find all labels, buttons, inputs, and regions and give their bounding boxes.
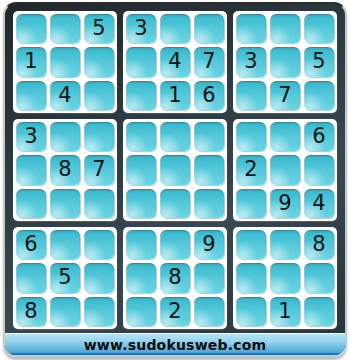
cell-r9c9[interactable]: [304, 297, 334, 326]
cell-r3c3[interactable]: [84, 81, 114, 110]
cell-r6c8[interactable]: 9: [270, 189, 300, 218]
cell-r9c5[interactable]: 2: [160, 297, 190, 326]
cell-r8c4[interactable]: [126, 263, 156, 292]
cell-r8c6[interactable]: [194, 263, 224, 292]
cell-r3c7[interactable]: [236, 81, 266, 110]
box-r2c2: [123, 119, 227, 221]
cell-r7c2[interactable]: [50, 230, 80, 259]
cell-r3c6[interactable]: 6: [194, 81, 224, 110]
cell-r2c9[interactable]: 5: [304, 47, 334, 76]
cell-r5c1[interactable]: [16, 155, 46, 184]
cell-r1c5[interactable]: [160, 14, 190, 43]
sudoku-board: 514 34716 357 387 6294 658 982 81 www.su…: [3, 2, 347, 357]
cell-r7c1[interactable]: 6: [16, 230, 46, 259]
cell-r8c1[interactable]: [16, 263, 46, 292]
cell-r7c6[interactable]: 9: [194, 230, 224, 259]
cell-r8c8[interactable]: [270, 263, 300, 292]
cell-r8c7[interactable]: [236, 263, 266, 292]
cell-r9c2[interactable]: [50, 297, 80, 326]
cell-r3c5[interactable]: 1: [160, 81, 190, 110]
cell-r5c9[interactable]: [304, 155, 334, 184]
cell-r4c9[interactable]: 6: [304, 122, 334, 151]
cell-r8c5[interactable]: 8: [160, 263, 190, 292]
box-r3c1: 658: [13, 227, 117, 329]
cell-r5c4[interactable]: [126, 155, 156, 184]
cell-r1c2[interactable]: [50, 14, 80, 43]
cell-r6c7[interactable]: [236, 189, 266, 218]
cell-r9c8[interactable]: 1: [270, 297, 300, 326]
box-r3c3: 81: [233, 227, 337, 329]
cell-r9c4[interactable]: [126, 297, 156, 326]
cell-r2c2[interactable]: [50, 47, 80, 76]
cell-r2c4[interactable]: [126, 47, 156, 76]
cell-r5c5[interactable]: [160, 155, 190, 184]
cell-r1c9[interactable]: [304, 14, 334, 43]
site-url[interactable]: www.sudokusweb.com: [84, 337, 267, 353]
cell-r6c4[interactable]: [126, 189, 156, 218]
cell-r1c3[interactable]: 5: [84, 14, 114, 43]
box-r3c2: 982: [123, 227, 227, 329]
box-r1c3: 357: [233, 11, 337, 113]
cell-r3c2[interactable]: 4: [50, 81, 80, 110]
cell-r1c4[interactable]: 3: [126, 14, 156, 43]
cell-r4c8[interactable]: [270, 122, 300, 151]
cell-r2c8[interactable]: [270, 47, 300, 76]
cell-r5c6[interactable]: [194, 155, 224, 184]
cell-r1c1[interactable]: [16, 14, 46, 43]
box-r1c1: 514: [13, 11, 117, 113]
cell-r9c1[interactable]: 8: [16, 297, 46, 326]
cell-r4c7[interactable]: [236, 122, 266, 151]
cell-r1c7[interactable]: [236, 14, 266, 43]
cell-r7c4[interactable]: [126, 230, 156, 259]
cell-r1c8[interactable]: [270, 14, 300, 43]
cell-r4c3[interactable]: [84, 122, 114, 151]
cell-r9c7[interactable]: [236, 297, 266, 326]
cell-r2c7[interactable]: 3: [236, 47, 266, 76]
cell-r9c3[interactable]: [84, 297, 114, 326]
cell-r6c6[interactable]: [194, 189, 224, 218]
cell-r8c2[interactable]: 5: [50, 263, 80, 292]
cell-r5c8[interactable]: [270, 155, 300, 184]
box-r2c3: 6294: [233, 119, 337, 221]
cell-r2c1[interactable]: 1: [16, 47, 46, 76]
cell-r9c6[interactable]: [194, 297, 224, 326]
cell-r7c3[interactable]: [84, 230, 114, 259]
cell-r7c5[interactable]: [160, 230, 190, 259]
cell-r4c6[interactable]: [194, 122, 224, 151]
cell-r4c5[interactable]: [160, 122, 190, 151]
cell-r1c6[interactable]: [194, 14, 224, 43]
cell-r6c1[interactable]: [16, 189, 46, 218]
site-footer: www.sudokusweb.com: [5, 333, 345, 355]
cell-r4c2[interactable]: [50, 122, 80, 151]
cell-r6c3[interactable]: [84, 189, 114, 218]
cell-r5c3[interactable]: 7: [84, 155, 114, 184]
cell-r4c4[interactable]: [126, 122, 156, 151]
cell-r7c9[interactable]: 8: [304, 230, 334, 259]
cell-r5c7[interactable]: 2: [236, 155, 266, 184]
cell-r8c9[interactable]: [304, 263, 334, 292]
cell-r7c8[interactable]: [270, 230, 300, 259]
cell-r3c8[interactable]: 7: [270, 81, 300, 110]
cell-r2c3[interactable]: [84, 47, 114, 76]
cell-r6c5[interactable]: [160, 189, 190, 218]
cell-r3c4[interactable]: [126, 81, 156, 110]
cell-r2c6[interactable]: 7: [194, 47, 224, 76]
sudoku-grid: 514 34716 357 387 6294 658 982 81: [5, 4, 345, 333]
box-r2c1: 387: [13, 119, 117, 221]
cell-r5c2[interactable]: 8: [50, 155, 80, 184]
box-r1c2: 34716: [123, 11, 227, 113]
cell-r7c7[interactable]: [236, 230, 266, 259]
cell-r8c3[interactable]: [84, 263, 114, 292]
cell-r3c1[interactable]: [16, 81, 46, 110]
cell-r6c9[interactable]: 4: [304, 189, 334, 218]
cell-r4c1[interactable]: 3: [16, 122, 46, 151]
cell-r3c9[interactable]: [304, 81, 334, 110]
cell-r6c2[interactable]: [50, 189, 80, 218]
cell-r2c5[interactable]: 4: [160, 47, 190, 76]
